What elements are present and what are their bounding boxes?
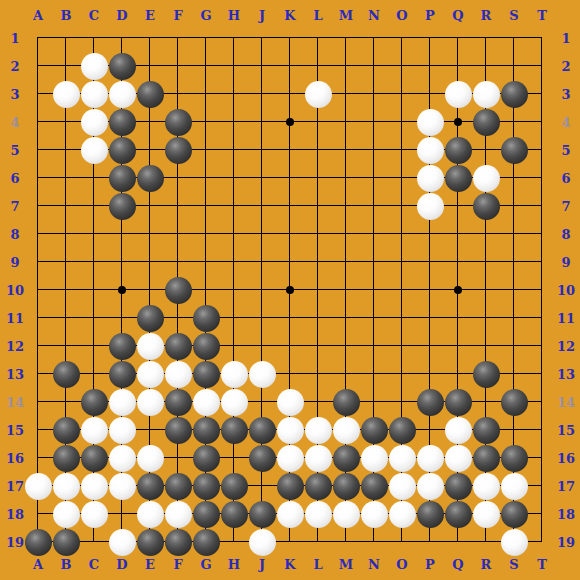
board-point[interactable] bbox=[528, 528, 556, 556]
board-point[interactable] bbox=[500, 136, 528, 164]
board-point[interactable] bbox=[500, 220, 528, 248]
board-point[interactable] bbox=[80, 332, 108, 360]
board-point[interactable] bbox=[444, 220, 472, 248]
board-point[interactable] bbox=[80, 416, 108, 444]
board-point[interactable] bbox=[220, 52, 248, 80]
board-point[interactable] bbox=[304, 500, 332, 528]
board-point[interactable] bbox=[220, 304, 248, 332]
board-point[interactable] bbox=[360, 416, 388, 444]
board-point[interactable] bbox=[80, 360, 108, 388]
board-point[interactable] bbox=[24, 136, 52, 164]
board-point[interactable] bbox=[192, 528, 220, 556]
board-point[interactable] bbox=[220, 472, 248, 500]
board-point[interactable] bbox=[248, 500, 276, 528]
board-point[interactable] bbox=[472, 164, 500, 192]
board-point[interactable] bbox=[304, 52, 332, 80]
board-point[interactable] bbox=[164, 164, 192, 192]
board-point[interactable] bbox=[52, 276, 80, 304]
board-point[interactable] bbox=[500, 248, 528, 276]
board-point[interactable] bbox=[360, 360, 388, 388]
board-point[interactable] bbox=[192, 80, 220, 108]
board-point[interactable] bbox=[388, 192, 416, 220]
board-point[interactable] bbox=[444, 248, 472, 276]
board-point[interactable] bbox=[416, 388, 444, 416]
board-point[interactable] bbox=[192, 136, 220, 164]
board-point[interactable] bbox=[248, 276, 276, 304]
board-point[interactable] bbox=[220, 136, 248, 164]
board-point[interactable] bbox=[248, 24, 276, 52]
board-point[interactable] bbox=[304, 304, 332, 332]
board-point[interactable] bbox=[108, 164, 136, 192]
board-point[interactable] bbox=[52, 108, 80, 136]
board-point[interactable] bbox=[80, 108, 108, 136]
board-point[interactable] bbox=[192, 248, 220, 276]
board-point[interactable] bbox=[192, 304, 220, 332]
board-point[interactable] bbox=[444, 332, 472, 360]
board-point[interactable] bbox=[416, 472, 444, 500]
board-point[interactable] bbox=[360, 472, 388, 500]
board-point[interactable] bbox=[528, 108, 556, 136]
board-point[interactable] bbox=[360, 24, 388, 52]
board-point[interactable] bbox=[276, 108, 304, 136]
board-point[interactable] bbox=[192, 108, 220, 136]
board-point[interactable] bbox=[304, 388, 332, 416]
board-point[interactable] bbox=[24, 220, 52, 248]
board-point[interactable] bbox=[388, 80, 416, 108]
board-point[interactable] bbox=[52, 52, 80, 80]
board-point[interactable] bbox=[192, 360, 220, 388]
board-point[interactable] bbox=[108, 24, 136, 52]
board-point[interactable] bbox=[360, 136, 388, 164]
board-point[interactable] bbox=[220, 388, 248, 416]
board-point[interactable] bbox=[24, 80, 52, 108]
board-point[interactable] bbox=[388, 444, 416, 472]
board-point[interactable] bbox=[108, 332, 136, 360]
board-point[interactable] bbox=[388, 360, 416, 388]
board-point[interactable] bbox=[472, 24, 500, 52]
board-point[interactable] bbox=[388, 416, 416, 444]
board-point[interactable] bbox=[52, 360, 80, 388]
board-point[interactable] bbox=[388, 276, 416, 304]
board-point[interactable] bbox=[108, 360, 136, 388]
board-point[interactable] bbox=[528, 220, 556, 248]
board-point[interactable] bbox=[164, 304, 192, 332]
board-point[interactable] bbox=[52, 136, 80, 164]
board-point[interactable] bbox=[80, 528, 108, 556]
board-point[interactable] bbox=[80, 136, 108, 164]
board-point[interactable] bbox=[416, 136, 444, 164]
board-point[interactable] bbox=[52, 80, 80, 108]
board-point[interactable] bbox=[164, 248, 192, 276]
board-point[interactable] bbox=[360, 220, 388, 248]
board-point[interactable] bbox=[360, 332, 388, 360]
board-point[interactable] bbox=[276, 416, 304, 444]
board-point[interactable] bbox=[416, 528, 444, 556]
board-point[interactable] bbox=[220, 192, 248, 220]
board-point[interactable] bbox=[108, 192, 136, 220]
board-point[interactable] bbox=[416, 500, 444, 528]
board-point[interactable] bbox=[24, 248, 52, 276]
board-point[interactable] bbox=[192, 500, 220, 528]
board-point[interactable] bbox=[220, 108, 248, 136]
board-point[interactable] bbox=[220, 416, 248, 444]
board-point[interactable] bbox=[248, 248, 276, 276]
board-point[interactable] bbox=[388, 52, 416, 80]
board-point[interactable] bbox=[24, 388, 52, 416]
board-point[interactable] bbox=[276, 24, 304, 52]
board-point[interactable] bbox=[444, 80, 472, 108]
board-point[interactable] bbox=[500, 360, 528, 388]
board-point[interactable] bbox=[304, 444, 332, 472]
board-point[interactable] bbox=[276, 276, 304, 304]
board-point[interactable] bbox=[304, 80, 332, 108]
board-point[interactable] bbox=[220, 248, 248, 276]
board-point[interactable] bbox=[24, 304, 52, 332]
board-point[interactable] bbox=[248, 388, 276, 416]
board-point[interactable] bbox=[472, 136, 500, 164]
board-point[interactable] bbox=[136, 80, 164, 108]
board-point[interactable] bbox=[444, 528, 472, 556]
board-point[interactable] bbox=[360, 248, 388, 276]
board-point[interactable] bbox=[276, 388, 304, 416]
board-point[interactable] bbox=[388, 472, 416, 500]
board-point[interactable] bbox=[472, 108, 500, 136]
board-point[interactable] bbox=[248, 472, 276, 500]
board-point[interactable] bbox=[416, 108, 444, 136]
board-point[interactable] bbox=[388, 332, 416, 360]
board-point[interactable] bbox=[360, 444, 388, 472]
board-point[interactable] bbox=[332, 108, 360, 136]
board-point[interactable] bbox=[80, 192, 108, 220]
board-point[interactable] bbox=[416, 304, 444, 332]
board-point[interactable] bbox=[360, 80, 388, 108]
board-point[interactable] bbox=[108, 444, 136, 472]
board-point[interactable] bbox=[416, 192, 444, 220]
board-point[interactable] bbox=[332, 248, 360, 276]
board-point[interactable] bbox=[332, 500, 360, 528]
board-point[interactable] bbox=[472, 360, 500, 388]
board-point[interactable] bbox=[164, 528, 192, 556]
board-point[interactable] bbox=[388, 108, 416, 136]
board-point[interactable] bbox=[360, 304, 388, 332]
board-point[interactable] bbox=[332, 192, 360, 220]
board-point[interactable] bbox=[80, 472, 108, 500]
board-point[interactable] bbox=[416, 416, 444, 444]
board-point[interactable] bbox=[192, 220, 220, 248]
board-point[interactable] bbox=[52, 24, 80, 52]
board-point[interactable] bbox=[500, 500, 528, 528]
board-point[interactable] bbox=[444, 444, 472, 472]
board-point[interactable] bbox=[472, 416, 500, 444]
board-point[interactable] bbox=[528, 500, 556, 528]
board-point[interactable] bbox=[136, 444, 164, 472]
board-point[interactable] bbox=[52, 304, 80, 332]
board-point[interactable] bbox=[472, 528, 500, 556]
board-point[interactable] bbox=[248, 164, 276, 192]
board-point[interactable] bbox=[276, 220, 304, 248]
board-point[interactable] bbox=[444, 388, 472, 416]
board-point[interactable] bbox=[332, 332, 360, 360]
board-point[interactable] bbox=[332, 80, 360, 108]
board-point[interactable] bbox=[220, 220, 248, 248]
board-point[interactable] bbox=[332, 472, 360, 500]
board-point[interactable] bbox=[444, 304, 472, 332]
board-point[interactable] bbox=[136, 164, 164, 192]
board-point[interactable] bbox=[248, 52, 276, 80]
board-point[interactable] bbox=[472, 472, 500, 500]
board-point[interactable] bbox=[192, 332, 220, 360]
board-point[interactable] bbox=[276, 500, 304, 528]
board-point[interactable] bbox=[304, 276, 332, 304]
board-point[interactable] bbox=[304, 528, 332, 556]
board-point[interactable] bbox=[136, 276, 164, 304]
board-point[interactable] bbox=[136, 52, 164, 80]
board-point[interactable] bbox=[528, 192, 556, 220]
board-point[interactable] bbox=[52, 332, 80, 360]
board-point[interactable] bbox=[528, 332, 556, 360]
board-point[interactable] bbox=[136, 220, 164, 248]
board-point[interactable] bbox=[472, 304, 500, 332]
board-point[interactable] bbox=[220, 332, 248, 360]
board-point[interactable] bbox=[80, 24, 108, 52]
board-point[interactable] bbox=[80, 444, 108, 472]
board-point[interactable] bbox=[360, 164, 388, 192]
board-point[interactable] bbox=[80, 248, 108, 276]
board-point[interactable] bbox=[52, 416, 80, 444]
board-point[interactable] bbox=[416, 52, 444, 80]
board-point[interactable] bbox=[136, 528, 164, 556]
board-point[interactable] bbox=[500, 444, 528, 472]
board-point[interactable] bbox=[52, 472, 80, 500]
board-point[interactable] bbox=[164, 192, 192, 220]
board-point[interactable] bbox=[444, 472, 472, 500]
board-point[interactable] bbox=[500, 416, 528, 444]
board-point[interactable] bbox=[192, 416, 220, 444]
board-point[interactable] bbox=[108, 52, 136, 80]
board-point[interactable] bbox=[52, 164, 80, 192]
board-point[interactable] bbox=[164, 276, 192, 304]
board-point[interactable] bbox=[248, 416, 276, 444]
board-point[interactable] bbox=[472, 332, 500, 360]
board-point[interactable] bbox=[472, 192, 500, 220]
board-point[interactable] bbox=[500, 472, 528, 500]
board-point[interactable] bbox=[192, 52, 220, 80]
board-point[interactable] bbox=[304, 416, 332, 444]
board-point[interactable] bbox=[52, 248, 80, 276]
board-point[interactable] bbox=[472, 444, 500, 472]
board-point[interactable] bbox=[192, 164, 220, 192]
board-point[interactable] bbox=[472, 388, 500, 416]
board-point[interactable] bbox=[500, 332, 528, 360]
board-point[interactable] bbox=[52, 528, 80, 556]
board-point[interactable] bbox=[248, 304, 276, 332]
board-point[interactable] bbox=[108, 108, 136, 136]
board-point[interactable] bbox=[360, 52, 388, 80]
board-point[interactable] bbox=[136, 192, 164, 220]
board-point[interactable] bbox=[528, 416, 556, 444]
board-point[interactable] bbox=[332, 444, 360, 472]
board-point[interactable] bbox=[24, 24, 52, 52]
board-point[interactable] bbox=[24, 360, 52, 388]
board-point[interactable] bbox=[332, 304, 360, 332]
board-point[interactable] bbox=[444, 416, 472, 444]
board-point[interactable] bbox=[444, 52, 472, 80]
board-point[interactable] bbox=[248, 220, 276, 248]
board-point[interactable] bbox=[416, 220, 444, 248]
board-point[interactable] bbox=[444, 360, 472, 388]
board-point[interactable] bbox=[108, 304, 136, 332]
board-point[interactable] bbox=[500, 388, 528, 416]
board-point[interactable] bbox=[528, 360, 556, 388]
board-point[interactable] bbox=[136, 500, 164, 528]
board-point[interactable] bbox=[108, 500, 136, 528]
board-point[interactable] bbox=[416, 332, 444, 360]
board-point[interactable] bbox=[276, 360, 304, 388]
board-point[interactable] bbox=[360, 108, 388, 136]
board-point[interactable] bbox=[276, 248, 304, 276]
board-point[interactable] bbox=[136, 388, 164, 416]
board-point[interactable] bbox=[388, 220, 416, 248]
board-point[interactable] bbox=[136, 360, 164, 388]
board-point[interactable] bbox=[164, 108, 192, 136]
board-point[interactable] bbox=[528, 472, 556, 500]
board-point[interactable] bbox=[248, 528, 276, 556]
board-point[interactable] bbox=[444, 136, 472, 164]
board-point[interactable] bbox=[500, 528, 528, 556]
board-point[interactable] bbox=[416, 164, 444, 192]
board-point[interactable] bbox=[472, 276, 500, 304]
board-point[interactable] bbox=[332, 52, 360, 80]
board-point[interactable] bbox=[24, 416, 52, 444]
board-point[interactable] bbox=[108, 388, 136, 416]
board-point[interactable] bbox=[528, 136, 556, 164]
board-point[interactable] bbox=[164, 24, 192, 52]
board-point[interactable] bbox=[332, 220, 360, 248]
board-point[interactable] bbox=[472, 500, 500, 528]
board-point[interactable] bbox=[24, 108, 52, 136]
board-point[interactable] bbox=[276, 528, 304, 556]
board-point[interactable] bbox=[444, 276, 472, 304]
board-point[interactable] bbox=[164, 416, 192, 444]
board-point[interactable] bbox=[164, 388, 192, 416]
board-point[interactable] bbox=[24, 528, 52, 556]
board-point[interactable] bbox=[108, 416, 136, 444]
board-point[interactable] bbox=[304, 472, 332, 500]
board-point[interactable] bbox=[472, 52, 500, 80]
board-point[interactable] bbox=[444, 192, 472, 220]
board-point[interactable] bbox=[444, 500, 472, 528]
board-point[interactable] bbox=[332, 388, 360, 416]
board-point[interactable] bbox=[360, 528, 388, 556]
board-point[interactable] bbox=[444, 108, 472, 136]
board-point[interactable] bbox=[136, 304, 164, 332]
board-point[interactable] bbox=[80, 304, 108, 332]
board-point[interactable] bbox=[108, 220, 136, 248]
board-point[interactable] bbox=[136, 24, 164, 52]
board-point[interactable] bbox=[24, 472, 52, 500]
board-point[interactable] bbox=[108, 136, 136, 164]
board-point[interactable] bbox=[500, 52, 528, 80]
board-point[interactable] bbox=[360, 192, 388, 220]
board-point[interactable] bbox=[276, 472, 304, 500]
board-point[interactable] bbox=[220, 276, 248, 304]
board-point[interactable] bbox=[304, 24, 332, 52]
board-point[interactable] bbox=[388, 248, 416, 276]
board-point[interactable] bbox=[276, 332, 304, 360]
board-point[interactable] bbox=[164, 500, 192, 528]
board-point[interactable] bbox=[248, 444, 276, 472]
board-point[interactable] bbox=[108, 528, 136, 556]
board-point[interactable] bbox=[528, 80, 556, 108]
board-point[interactable] bbox=[220, 360, 248, 388]
board-point[interactable] bbox=[192, 24, 220, 52]
board-point[interactable] bbox=[80, 52, 108, 80]
board-point[interactable] bbox=[164, 472, 192, 500]
board-point[interactable] bbox=[500, 24, 528, 52]
board-point[interactable] bbox=[220, 24, 248, 52]
board-point[interactable] bbox=[500, 192, 528, 220]
board-point[interactable] bbox=[220, 500, 248, 528]
board-point[interactable] bbox=[136, 416, 164, 444]
board-point[interactable] bbox=[276, 164, 304, 192]
board-point[interactable] bbox=[108, 248, 136, 276]
board-point[interactable] bbox=[164, 332, 192, 360]
board-point[interactable] bbox=[136, 332, 164, 360]
board-point[interactable] bbox=[192, 276, 220, 304]
board-point[interactable] bbox=[528, 52, 556, 80]
board-point[interactable] bbox=[472, 80, 500, 108]
board-point[interactable] bbox=[500, 164, 528, 192]
board-point[interactable] bbox=[52, 500, 80, 528]
board-point[interactable] bbox=[24, 276, 52, 304]
board-point[interactable] bbox=[388, 304, 416, 332]
board-point[interactable] bbox=[276, 80, 304, 108]
board-point[interactable] bbox=[416, 444, 444, 472]
board-point[interactable] bbox=[416, 276, 444, 304]
board-point[interactable] bbox=[304, 192, 332, 220]
board-point[interactable] bbox=[472, 220, 500, 248]
board-point[interactable] bbox=[472, 248, 500, 276]
board-point[interactable] bbox=[80, 220, 108, 248]
board-point[interactable] bbox=[276, 136, 304, 164]
board-point[interactable] bbox=[304, 164, 332, 192]
board-point[interactable] bbox=[24, 52, 52, 80]
board-point[interactable] bbox=[52, 444, 80, 472]
board-point[interactable] bbox=[52, 220, 80, 248]
board-point[interactable] bbox=[164, 52, 192, 80]
board-point[interactable] bbox=[500, 276, 528, 304]
board-point[interactable] bbox=[500, 80, 528, 108]
board-point[interactable] bbox=[528, 164, 556, 192]
board-point[interactable] bbox=[500, 304, 528, 332]
board-point[interactable] bbox=[80, 80, 108, 108]
board-point[interactable] bbox=[24, 192, 52, 220]
board-point[interactable] bbox=[304, 332, 332, 360]
board-point[interactable] bbox=[332, 360, 360, 388]
board-point[interactable] bbox=[304, 360, 332, 388]
board-point[interactable] bbox=[220, 444, 248, 472]
board-point[interactable] bbox=[332, 276, 360, 304]
board-point[interactable] bbox=[248, 108, 276, 136]
board-point[interactable] bbox=[332, 164, 360, 192]
board-point[interactable] bbox=[528, 444, 556, 472]
board-point[interactable] bbox=[248, 332, 276, 360]
board-point[interactable] bbox=[388, 136, 416, 164]
board-point[interactable] bbox=[164, 220, 192, 248]
board-point[interactable] bbox=[388, 24, 416, 52]
board-point[interactable] bbox=[304, 136, 332, 164]
board-point[interactable] bbox=[80, 276, 108, 304]
